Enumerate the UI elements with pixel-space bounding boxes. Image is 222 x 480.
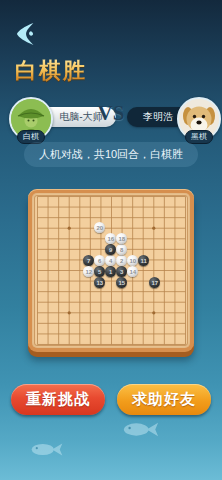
stone-black-13: 13 <box>94 277 105 288</box>
fish-decoration-icon <box>122 420 160 439</box>
stone-white-18: 18 <box>116 233 127 244</box>
ask-friends-button[interactable]: 求助好友 <box>117 384 211 415</box>
stone-white-2: 2 <box>116 255 127 266</box>
stone-black-9: 9 <box>105 244 116 255</box>
gomoku-result-screen: 白棋胜 电脑-大师 李明浩 VS 白棋 黑棋 人机对战，共10回合， <box>0 0 222 480</box>
stone-black-3: 3 <box>116 266 127 277</box>
back-button[interactable] <box>16 21 38 47</box>
vs-label: VS <box>96 101 126 126</box>
stone-black-5: 5 <box>94 266 105 277</box>
stone-black-7: 7 <box>83 255 94 266</box>
stone-white-14: 14 <box>127 266 138 277</box>
stone-black-1: 1 <box>105 266 116 277</box>
stone-white-6: 6 <box>94 255 105 266</box>
match-summary: 人机对战，共10回合，白棋胜 <box>24 142 198 167</box>
stone-black-17: 17 <box>149 277 160 288</box>
stone-white-20: 20 <box>94 222 105 233</box>
stones-layer: 12345678910111213141516171820 <box>32 191 191 350</box>
result-title: 白棋胜 <box>15 56 87 86</box>
gomoku-board: 12345678910111213141516171820 <box>28 189 194 352</box>
fish-decoration-icon <box>30 441 64 458</box>
stone-white-4: 4 <box>105 255 116 266</box>
stone-white-12: 12 <box>83 266 94 277</box>
retry-button[interactable]: 重新挑战 <box>11 384 105 415</box>
back-swoosh-icon <box>16 21 38 47</box>
stone-white-16: 16 <box>105 233 116 244</box>
stone-black-15: 15 <box>116 277 127 288</box>
stone-white-8: 8 <box>116 244 127 255</box>
stone-white-10: 10 <box>127 255 138 266</box>
stone-black-11: 11 <box>138 255 149 266</box>
